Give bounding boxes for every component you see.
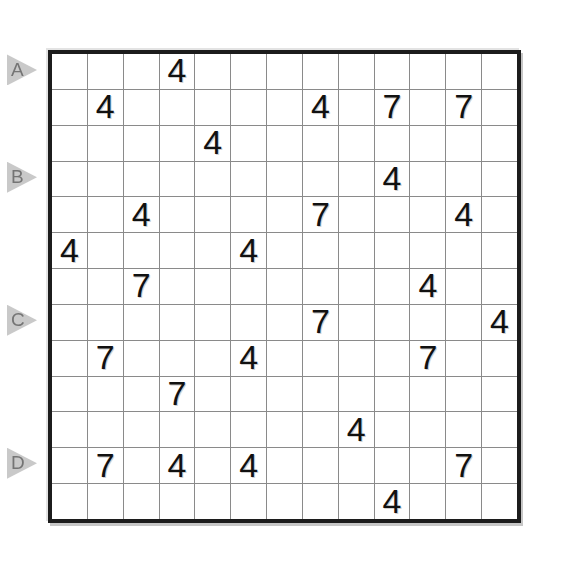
clue-cell[interactable]: 4 — [303, 90, 338, 125]
row-marker-b: B — [7, 162, 37, 193]
empty-cell[interactable] — [410, 233, 445, 268]
empty-cell[interactable] — [410, 90, 445, 125]
empty-cell[interactable] — [160, 162, 195, 197]
empty-cell[interactable] — [52, 54, 87, 89]
empty-cell[interactable] — [124, 305, 159, 340]
clue-number: 4 — [239, 341, 258, 374]
empty-cell[interactable] — [446, 484, 481, 519]
empty-cell[interactable] — [482, 484, 517, 519]
clue-number: 4 — [167, 448, 186, 481]
empty-cell[interactable] — [195, 162, 230, 197]
row-marker-letter: D — [11, 453, 25, 472]
empty-cell[interactable] — [160, 269, 195, 304]
clue-number: 4 — [132, 197, 151, 230]
empty-cell[interactable] — [160, 341, 195, 376]
clue-cell[interactable]: 4 — [231, 233, 266, 268]
empty-cell[interactable] — [195, 484, 230, 519]
empty-cell[interactable] — [124, 341, 159, 376]
clue-number: 7 — [454, 90, 473, 123]
empty-cell[interactable] — [339, 233, 374, 268]
empty-cell[interactable] — [52, 341, 87, 376]
empty-cell[interactable] — [195, 233, 230, 268]
empty-cell[interactable] — [303, 269, 338, 304]
empty-cell[interactable] — [124, 126, 159, 161]
empty-cell[interactable] — [88, 412, 123, 447]
clue-cell[interactable]: 4 — [160, 54, 195, 89]
clue-cell[interactable]: 4 — [375, 484, 410, 519]
clue-cell[interactable]: 7 — [375, 90, 410, 125]
empty-cell[interactable] — [160, 126, 195, 161]
empty-cell[interactable] — [195, 90, 230, 125]
empty-cell[interactable] — [160, 197, 195, 232]
empty-cell[interactable] — [482, 162, 517, 197]
clue-cell[interactable]: 7 — [446, 90, 481, 125]
clue-number: 7 — [311, 305, 330, 338]
empty-cell[interactable] — [303, 126, 338, 161]
empty-cell[interactable] — [410, 412, 445, 447]
empty-cell[interactable] — [88, 162, 123, 197]
puzzle-board: 44477444744474747477474474 — [48, 50, 521, 523]
empty-cell[interactable] — [160, 305, 195, 340]
empty-cell[interactable] — [375, 412, 410, 447]
empty-cell[interactable] — [303, 484, 338, 519]
empty-cell[interactable] — [195, 269, 230, 304]
empty-cell[interactable] — [375, 54, 410, 89]
empty-cell[interactable] — [52, 162, 87, 197]
empty-cell[interactable] — [375, 305, 410, 340]
empty-cell[interactable] — [446, 377, 481, 412]
empty-cell[interactable] — [88, 305, 123, 340]
empty-cell[interactable] — [267, 162, 302, 197]
empty-cell[interactable] — [482, 377, 517, 412]
empty-cell[interactable] — [446, 305, 481, 340]
empty-cell[interactable] — [195, 197, 230, 232]
clue-number: 7 — [418, 341, 437, 374]
empty-cell[interactable] — [231, 162, 266, 197]
clue-cell[interactable]: 4 — [52, 233, 87, 268]
empty-cell[interactable] — [446, 54, 481, 89]
empty-cell[interactable] — [267, 377, 302, 412]
empty-cell[interactable] — [52, 412, 87, 447]
clue-cell[interactable]: 4 — [375, 162, 410, 197]
empty-cell[interactable] — [482, 412, 517, 447]
clue-cell[interactable]: 7 — [124, 269, 159, 304]
empty-cell[interactable] — [195, 377, 230, 412]
empty-cell[interactable] — [482, 269, 517, 304]
empty-cell[interactable] — [88, 54, 123, 89]
empty-cell[interactable] — [410, 54, 445, 89]
clue-number: 7 — [96, 341, 115, 374]
empty-cell[interactable] — [231, 90, 266, 125]
row-marker-d: D — [7, 448, 37, 479]
empty-cell[interactable] — [267, 54, 302, 89]
empty-cell[interactable] — [160, 90, 195, 125]
empty-cell[interactable] — [231, 377, 266, 412]
empty-cell[interactable] — [267, 233, 302, 268]
empty-cell[interactable] — [303, 54, 338, 89]
empty-cell[interactable] — [267, 305, 302, 340]
empty-cell[interactable] — [482, 90, 517, 125]
clue-number: 4 — [60, 233, 79, 266]
empty-cell[interactable] — [339, 54, 374, 89]
empty-cell[interactable] — [303, 448, 338, 483]
clue-number: 4 — [490, 305, 509, 338]
empty-cell[interactable] — [375, 341, 410, 376]
empty-cell[interactable] — [231, 54, 266, 89]
empty-cell[interactable] — [195, 54, 230, 89]
empty-cell[interactable] — [267, 341, 302, 376]
clue-cell[interactable]: 4 — [339, 412, 374, 447]
clue-cell[interactable]: 4 — [410, 269, 445, 304]
empty-cell[interactable] — [410, 448, 445, 483]
empty-cell[interactable] — [303, 233, 338, 268]
row-marker-c: C — [7, 305, 37, 336]
empty-cell[interactable] — [482, 197, 517, 232]
clue-cell[interactable]: 7 — [446, 448, 481, 483]
empty-cell[interactable] — [52, 90, 87, 125]
clue-number: 4 — [203, 126, 222, 159]
empty-cell[interactable] — [52, 197, 87, 232]
empty-cell[interactable] — [339, 341, 374, 376]
empty-cell[interactable] — [339, 126, 374, 161]
empty-cell[interactable] — [124, 90, 159, 125]
empty-cell[interactable] — [160, 412, 195, 447]
empty-cell[interactable] — [267, 126, 302, 161]
empty-cell[interactable] — [303, 412, 338, 447]
clue-number: 7 — [454, 448, 473, 481]
empty-cell[interactable] — [124, 377, 159, 412]
clue-number: 4 — [383, 484, 402, 517]
empty-cell[interactable] — [446, 126, 481, 161]
clue-number: 4 — [239, 233, 258, 266]
empty-cell[interactable] — [410, 126, 445, 161]
empty-cell[interactable] — [124, 162, 159, 197]
empty-cell[interactable] — [124, 484, 159, 519]
empty-cell[interactable] — [88, 233, 123, 268]
empty-cell[interactable] — [160, 484, 195, 519]
empty-cell[interactable] — [410, 162, 445, 197]
empty-cell[interactable] — [375, 126, 410, 161]
empty-cell[interactable] — [52, 269, 87, 304]
empty-cell[interactable] — [446, 412, 481, 447]
empty-cell[interactable] — [446, 233, 481, 268]
empty-cell[interactable] — [267, 197, 302, 232]
empty-cell[interactable] — [339, 305, 374, 340]
clue-number: 4 — [454, 197, 473, 230]
clue-number: 7 — [132, 269, 151, 302]
empty-cell[interactable] — [375, 448, 410, 483]
empty-cell[interactable] — [375, 269, 410, 304]
empty-cell[interactable] — [231, 126, 266, 161]
empty-cell[interactable] — [482, 233, 517, 268]
row-marker-letter: C — [11, 310, 25, 329]
empty-cell[interactable] — [52, 484, 87, 519]
empty-cell[interactable] — [375, 377, 410, 412]
row-marker-letter: A — [11, 60, 24, 79]
empty-cell[interactable] — [339, 90, 374, 125]
row-marker-letter: B — [11, 167, 24, 186]
empty-cell[interactable] — [52, 448, 87, 483]
empty-cell[interactable] — [88, 269, 123, 304]
empty-cell[interactable] — [231, 269, 266, 304]
clue-cell[interactable]: 7 — [160, 377, 195, 412]
empty-cell[interactable] — [267, 90, 302, 125]
empty-cell[interactable] — [52, 126, 87, 161]
empty-cell[interactable] — [160, 233, 195, 268]
empty-cell[interactable] — [88, 197, 123, 232]
clue-number: 4 — [239, 448, 258, 481]
clue-number: 4 — [383, 162, 402, 195]
empty-cell[interactable] — [410, 484, 445, 519]
empty-cell[interactable] — [482, 54, 517, 89]
empty-cell[interactable] — [88, 377, 123, 412]
clue-number: 4 — [418, 269, 437, 302]
clue-cell[interactable]: 4 — [88, 90, 123, 125]
empty-cell[interactable] — [267, 269, 302, 304]
clue-cell[interactable]: 4 — [195, 126, 230, 161]
empty-cell[interactable] — [410, 305, 445, 340]
empty-cell[interactable] — [303, 341, 338, 376]
clue-number: 7 — [311, 197, 330, 230]
empty-cell[interactable] — [195, 341, 230, 376]
empty-cell[interactable] — [303, 377, 338, 412]
clue-cell[interactable]: 7 — [410, 341, 445, 376]
empty-cell[interactable] — [88, 126, 123, 161]
empty-cell[interactable] — [124, 233, 159, 268]
empty-cell[interactable] — [52, 377, 87, 412]
empty-cell[interactable] — [231, 484, 266, 519]
empty-cell[interactable] — [231, 412, 266, 447]
empty-cell[interactable] — [339, 377, 374, 412]
clue-cell[interactable]: 7 — [88, 448, 123, 483]
empty-cell[interactable] — [339, 162, 374, 197]
clue-cell[interactable]: 4 — [231, 341, 266, 376]
empty-cell[interactable] — [339, 484, 374, 519]
empty-cell[interactable] — [482, 341, 517, 376]
empty-cell[interactable] — [267, 412, 302, 447]
empty-cell[interactable] — [231, 197, 266, 232]
empty-cell[interactable] — [52, 305, 87, 340]
empty-cell[interactable] — [88, 484, 123, 519]
clue-cell[interactable]: 4 — [482, 305, 517, 340]
empty-cell[interactable] — [195, 305, 230, 340]
empty-cell[interactable] — [446, 341, 481, 376]
empty-cell[interactable] — [339, 197, 374, 232]
empty-cell[interactable] — [267, 484, 302, 519]
clue-cell[interactable]: 4 — [446, 197, 481, 232]
clue-cell[interactable]: 7 — [303, 197, 338, 232]
empty-cell[interactable] — [339, 269, 374, 304]
clue-number: 7 — [383, 90, 402, 123]
clue-number: 4 — [167, 54, 186, 87]
clue-cell[interactable]: 7 — [303, 305, 338, 340]
clue-number: 4 — [311, 90, 330, 123]
clue-number: 4 — [96, 90, 115, 123]
empty-cell[interactable] — [482, 448, 517, 483]
empty-cell[interactable] — [124, 54, 159, 89]
empty-cell[interactable] — [446, 269, 481, 304]
empty-cell[interactable] — [375, 197, 410, 232]
empty-cell[interactable] — [124, 448, 159, 483]
empty-cell[interactable] — [446, 162, 481, 197]
clue-cell[interactable]: 4 — [160, 448, 195, 483]
clue-cell[interactable]: 4 — [124, 197, 159, 232]
empty-cell[interactable] — [195, 412, 230, 447]
empty-cell[interactable] — [482, 126, 517, 161]
row-marker-a: A — [7, 54, 37, 85]
clue-cell[interactable]: 7 — [88, 341, 123, 376]
empty-cell[interactable] — [267, 448, 302, 483]
empty-cell[interactable] — [410, 377, 445, 412]
clue-number: 7 — [167, 377, 186, 410]
empty-cell[interactable] — [231, 305, 266, 340]
puzzle-page: { "game": "fillomino (13x13 grid puzzle … — [0, 0, 569, 564]
empty-cell[interactable] — [375, 233, 410, 268]
empty-cell[interactable] — [124, 412, 159, 447]
clue-number: 7 — [96, 448, 115, 481]
empty-cell[interactable] — [410, 197, 445, 232]
clue-number: 4 — [347, 412, 366, 445]
empty-cell[interactable] — [303, 162, 338, 197]
empty-cell[interactable] — [339, 448, 374, 483]
clue-cell[interactable]: 4 — [231, 448, 266, 483]
empty-cell[interactable] — [195, 448, 230, 483]
